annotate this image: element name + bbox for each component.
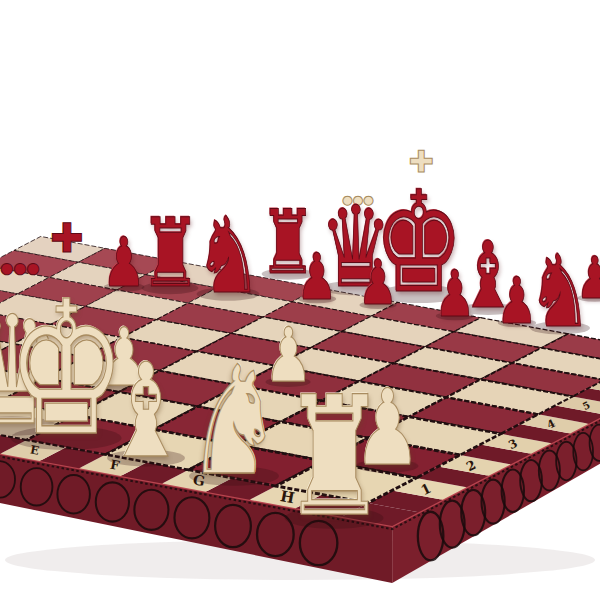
- piece-natural-bishop-f1[interactable]: ♝: [99, 346, 193, 476]
- piece-natural-rook-h1[interactable]: ♜: [275, 375, 394, 540]
- piece-natural-knight-g1[interactable]: ♞: [180, 346, 288, 496]
- piece-red-pawn-f5[interactable]: ♟: [432, 262, 478, 326]
- piece-red-pawn-e5[interactable]: ♟: [356, 252, 401, 314]
- chess-set-photo: H1G2F3E4D5C6B7A8 ✚●●●✚●●●♜♟♜♛♞♚♟♟♟♝♟♟♞♟♟…: [0, 0, 600, 600]
- piece-red-knight-g6[interactable]: ♞: [524, 242, 596, 342]
- piece-red-pawn-d5[interactable]: ♟: [294, 245, 340, 309]
- piece-red-knight-c6[interactable]: ♞: [190, 204, 266, 309]
